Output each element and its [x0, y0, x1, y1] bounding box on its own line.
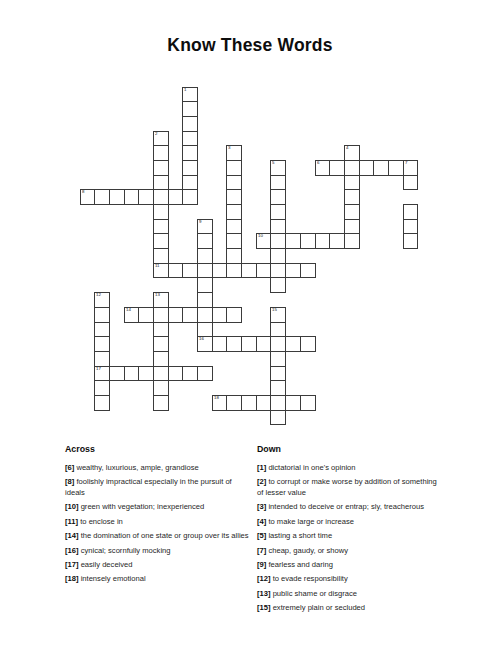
empty-cell — [315, 351, 330, 366]
grid-cell-r20c1[interactable] — [94, 380, 110, 396]
grid-cell-r5c17[interactable] — [329, 160, 345, 176]
empty-cell — [359, 102, 374, 117]
grid-cell-r17c9[interactable] — [212, 336, 228, 352]
empty-cell — [242, 146, 257, 161]
empty-cell — [374, 307, 389, 322]
empty-cell — [388, 116, 403, 131]
grid-cell-r19c4[interactable] — [138, 366, 154, 382]
grid-cell-r21c15[interactable] — [300, 395, 316, 411]
empty-cell — [330, 219, 345, 234]
empty-cell — [374, 322, 389, 337]
empty-cell — [153, 87, 168, 102]
grid-cell-r12c7[interactable] — [182, 263, 198, 279]
empty-cell — [403, 131, 418, 146]
grid-cell-r14c8[interactable] — [197, 292, 213, 308]
grid-cell-r18c13[interactable] — [270, 351, 286, 367]
empty-cell — [359, 219, 374, 234]
grid-cell-r17c10[interactable] — [226, 336, 242, 352]
empty-cell — [344, 102, 359, 117]
grid-cell-r8c18[interactable] — [344, 204, 360, 220]
grid-cell-r17c14[interactable] — [285, 336, 301, 352]
empty-cell — [95, 249, 110, 264]
grid-cell-r19c3[interactable] — [124, 366, 140, 382]
empty-cell — [359, 381, 374, 396]
clue-number-7: 7 — [405, 161, 407, 165]
clue-number-label: [12] — [257, 574, 271, 583]
grid-cell-r17c5[interactable] — [153, 336, 169, 352]
empty-cell — [212, 87, 227, 102]
empty-cell — [300, 307, 315, 322]
grid-cell-r9c13[interactable] — [270, 219, 286, 235]
empty-cell — [183, 293, 198, 308]
empty-cell — [330, 366, 345, 381]
empty-cell — [242, 322, 257, 337]
empty-cell — [139, 131, 154, 146]
empty-cell — [315, 87, 330, 102]
empty-cell — [80, 102, 95, 117]
grid-cell-r5c21[interactable] — [388, 160, 404, 176]
grid-cell-r2c7[interactable] — [182, 116, 198, 132]
empty-cell — [124, 131, 139, 146]
grid-cell-r17c13[interactable] — [270, 336, 286, 352]
empty-cell — [256, 249, 271, 264]
empty-cell — [388, 322, 403, 337]
empty-cell — [330, 322, 345, 337]
empty-cell — [168, 410, 183, 425]
empty-cell — [344, 307, 359, 322]
grid-cell-r4c7[interactable] — [182, 145, 198, 161]
grid-cell-r19c2[interactable] — [109, 366, 125, 382]
empty-cell — [300, 190, 315, 205]
grid-cell-r21c12[interactable] — [256, 395, 272, 411]
empty-cell — [286, 293, 301, 308]
empty-cell — [359, 87, 374, 102]
empty-cell — [359, 366, 374, 381]
grid-cell-r7c7[interactable] — [182, 189, 198, 205]
grid-cell-r15c3[interactable]: 14 — [124, 307, 140, 323]
across-clue-14: [14] the domination of one state or grou… — [65, 531, 252, 541]
grid-cell-r12c13[interactable] — [270, 263, 286, 279]
grid-cell-r16c1[interactable] — [94, 322, 110, 338]
grid-cell-r19c1[interactable]: 17 — [94, 366, 110, 382]
grid-cell-r5c22[interactable]: 7 — [403, 160, 419, 176]
clue-number-label: [4] — [257, 517, 266, 526]
empty-cell — [168, 381, 183, 396]
grid-cell-r12c6[interactable] — [168, 263, 184, 279]
empty-cell — [403, 366, 418, 381]
grid-cell-r5c5[interactable] — [153, 160, 169, 176]
grid-cell-r6c22[interactable] — [403, 175, 419, 191]
down-clue-9: [9] fearless and daring — [257, 560, 444, 570]
grid-cell-r19c6[interactable] — [168, 366, 184, 382]
empty-cell — [256, 293, 271, 308]
empty-cell — [168, 87, 183, 102]
grid-cell-r10c18[interactable] — [344, 233, 360, 249]
grid-cell-r6c13[interactable] — [270, 175, 286, 191]
grid-cell-r14c1[interactable]: 12 — [94, 292, 110, 308]
empty-cell — [95, 410, 110, 425]
empty-cell — [242, 160, 257, 175]
empty-cell — [403, 381, 418, 396]
empty-cell — [242, 102, 257, 117]
grid-cell-r11c8[interactable] — [197, 248, 213, 264]
empty-cell — [198, 102, 213, 117]
grid-cell-r19c8[interactable] — [197, 366, 213, 382]
grid-cell-r5c10[interactable] — [226, 160, 242, 176]
empty-cell — [227, 87, 242, 102]
clue-number-13: 13 — [155, 293, 160, 297]
empty-cell — [344, 87, 359, 102]
empty-cell — [95, 116, 110, 131]
grid-cell-r7c5[interactable] — [153, 189, 169, 205]
empty-cell — [374, 410, 389, 425]
grid-cell-r9c10[interactable] — [226, 219, 242, 235]
grid-cell-r10c13[interactable] — [270, 233, 286, 249]
empty-cell — [256, 102, 271, 117]
empty-cell — [403, 322, 418, 337]
grid-cell-r21c5[interactable] — [153, 395, 169, 411]
clue-number-label: [13] — [257, 589, 271, 598]
empty-cell — [315, 249, 330, 264]
empty-cell — [271, 131, 286, 146]
clue-number-18: 18 — [214, 396, 219, 400]
grid-cell-r7c2[interactable] — [109, 189, 125, 205]
grid-cell-r9c8[interactable]: 9 — [197, 219, 213, 235]
empty-cell — [139, 263, 154, 278]
grid-cell-r6c5[interactable] — [153, 175, 169, 191]
grid-cell-r19c13[interactable] — [270, 366, 286, 382]
grid-cell-r15c4[interactable] — [138, 307, 154, 323]
empty-cell — [227, 102, 242, 117]
empty-cell — [403, 87, 418, 102]
empty-cell — [330, 102, 345, 117]
clue-number-10: 10 — [258, 234, 263, 238]
clue-number-11: 11 — [155, 264, 160, 268]
empty-cell — [212, 131, 227, 146]
empty-cell — [271, 293, 286, 308]
grid-cell-r12c8[interactable] — [197, 263, 213, 279]
empty-cell — [344, 395, 359, 410]
grid-cell-r17c11[interactable] — [241, 336, 257, 352]
empty-cell — [168, 351, 183, 366]
grid-cell-r15c13[interactable]: 15 — [270, 307, 286, 323]
down-clue-2: [2] to corrupt or make worse by addition… — [257, 477, 444, 497]
empty-cell — [227, 116, 242, 131]
empty-cell — [315, 175, 330, 190]
empty-cell — [403, 102, 418, 117]
empty-cell — [300, 219, 315, 234]
grid-cell-r19c7[interactable] — [182, 366, 198, 382]
empty-cell — [95, 160, 110, 175]
empty-cell — [124, 293, 139, 308]
empty-cell — [109, 351, 124, 366]
clue-number-label: [1] — [257, 463, 266, 472]
grid-cell-r12c15[interactable] — [300, 263, 316, 279]
empty-cell — [168, 249, 183, 264]
empty-cell — [330, 381, 345, 396]
empty-cell — [80, 410, 95, 425]
empty-cell — [256, 146, 271, 161]
grid-cell-r10c10[interactable] — [226, 233, 242, 249]
grid-cell-r11c13[interactable] — [270, 248, 286, 264]
grid-cell-r20c13[interactable] — [270, 380, 286, 396]
empty-cell — [242, 131, 257, 146]
grid-cell-r10c15[interactable] — [300, 233, 316, 249]
grid-cell-r7c4[interactable] — [138, 189, 154, 205]
empty-cell — [286, 381, 301, 396]
empty-cell — [300, 175, 315, 190]
empty-cell — [315, 307, 330, 322]
empty-cell — [124, 381, 139, 396]
grid-cell-r12c5[interactable]: 11 — [153, 263, 169, 279]
grid-cell-r10c14[interactable] — [285, 233, 301, 249]
empty-cell — [183, 351, 198, 366]
grid-cell-r7c0[interactable]: 8 — [80, 189, 96, 205]
empty-cell — [139, 395, 154, 410]
empty-cell — [374, 293, 389, 308]
grid-cell-r13c13[interactable] — [270, 277, 286, 293]
grid-cell-r7c6[interactable] — [168, 189, 184, 205]
empty-cell — [344, 116, 359, 131]
clue-number-label: [9] — [257, 560, 266, 569]
grid-cell-r8c10[interactable] — [226, 204, 242, 220]
grid-cell-r18c1[interactable] — [94, 351, 110, 367]
grid-cell-r12c9[interactable] — [212, 263, 228, 279]
grid-cell-r6c10[interactable] — [226, 175, 242, 191]
empty-cell — [80, 366, 95, 381]
empty-cell — [153, 116, 168, 131]
empty-cell — [330, 87, 345, 102]
grid-cell-r6c18[interactable] — [344, 175, 360, 191]
empty-cell — [80, 175, 95, 190]
empty-cell — [80, 160, 95, 175]
grid-cell-r22c13[interactable] — [270, 410, 286, 426]
empty-cell — [359, 322, 374, 337]
empty-cell — [344, 410, 359, 425]
grid-cell-r4c10[interactable]: 3 — [226, 145, 242, 161]
grid-cell-r5c20[interactable] — [373, 160, 389, 176]
empty-cell — [256, 381, 271, 396]
grid-cell-r7c18[interactable] — [344, 189, 360, 205]
clue-number-5: 5 — [272, 161, 274, 165]
empty-cell — [286, 175, 301, 190]
empty-cell — [403, 307, 418, 322]
empty-cell — [168, 234, 183, 249]
grid-cell-r4c5[interactable] — [153, 145, 169, 161]
grid-cell-r21c14[interactable] — [285, 395, 301, 411]
empty-cell — [80, 293, 95, 308]
grid-cell-r4c18[interactable]: 4 — [344, 145, 360, 161]
grid-cell-r15c7[interactable] — [182, 307, 198, 323]
grid-cell-r21c13[interactable] — [270, 395, 286, 411]
grid-cell-r15c5[interactable] — [153, 307, 169, 323]
grid-cell-r9c22[interactable] — [403, 219, 419, 235]
empty-cell — [95, 146, 110, 161]
grid-cell-r12c11[interactable] — [241, 263, 257, 279]
empty-cell — [374, 87, 389, 102]
grid-cell-r8c13[interactable] — [270, 204, 286, 220]
down-clue-13: [13] public shame or disgrace — [257, 589, 444, 599]
empty-cell — [183, 410, 198, 425]
grid-cell-r5c19[interactable] — [359, 160, 375, 176]
empty-cell — [344, 322, 359, 337]
grid-cell-r16c8[interactable] — [197, 322, 213, 338]
grid-cell-r15c8[interactable] — [197, 307, 213, 323]
empty-cell — [286, 249, 301, 264]
empty-cell — [80, 234, 95, 249]
empty-cell — [198, 351, 213, 366]
empty-cell — [139, 337, 154, 352]
empty-cell — [227, 293, 242, 308]
empty-cell — [109, 146, 124, 161]
empty-cell — [403, 263, 418, 278]
empty-cell — [403, 249, 418, 264]
empty-cell — [212, 175, 227, 190]
grid-cell-r13c8[interactable] — [197, 277, 213, 293]
empty-cell — [168, 116, 183, 131]
grid-cell-r8c22[interactable] — [403, 204, 419, 220]
grid-cell-r21c9[interactable]: 18 — [212, 395, 228, 411]
grid-cell-r1c7[interactable] — [182, 101, 198, 117]
empty-cell — [139, 322, 154, 337]
grid-cell-r15c6[interactable] — [168, 307, 184, 323]
grid-cell-r10c22[interactable] — [403, 233, 419, 249]
grid-cell-r0c7[interactable]: 1 — [182, 87, 198, 103]
grid-cell-r15c9[interactable] — [212, 307, 228, 323]
grid-cell-r5c13[interactable]: 5 — [270, 160, 286, 176]
empty-cell — [124, 249, 139, 264]
grid-cell-r7c10[interactable] — [226, 189, 242, 205]
empty-cell — [168, 322, 183, 337]
empty-cell — [271, 116, 286, 131]
across-clue-11: [11] to enclose in — [65, 517, 252, 527]
empty-cell — [271, 87, 286, 102]
empty-cell — [168, 160, 183, 175]
empty-cell — [124, 219, 139, 234]
grid-cell-r15c1[interactable] — [94, 307, 110, 323]
empty-cell — [227, 366, 242, 381]
empty-cell — [388, 219, 403, 234]
empty-cell — [80, 322, 95, 337]
empty-cell — [374, 190, 389, 205]
grid-cell-r14c5[interactable]: 13 — [153, 292, 169, 308]
grid-cell-r7c1[interactable] — [94, 189, 110, 205]
grid-cell-r11c5[interactable] — [153, 248, 169, 264]
empty-cell — [212, 234, 227, 249]
grid-cell-r12c12[interactable] — [256, 263, 272, 279]
grid-cell-r6c7[interactable] — [182, 175, 198, 191]
grid-cell-r17c12[interactable] — [256, 336, 272, 352]
clue-number-3: 3 — [228, 146, 230, 150]
grid-cell-r19c5[interactable] — [153, 366, 169, 382]
grid-cell-r5c16[interactable]: 6 — [315, 160, 331, 176]
grid-cell-r15c10[interactable] — [226, 307, 242, 323]
empty-cell — [212, 293, 227, 308]
grid-cell-r9c18[interactable] — [344, 219, 360, 235]
grid-cell-r7c13[interactable] — [270, 189, 286, 205]
empty-cell — [359, 116, 374, 131]
grid-cell-r10c16[interactable] — [315, 233, 331, 249]
grid-cell-r20c5[interactable] — [153, 380, 169, 396]
clue-number-label: [15] — [257, 603, 271, 612]
empty-cell — [183, 278, 198, 293]
grid-cell-r21c1[interactable] — [94, 395, 110, 411]
empty-cell — [153, 410, 168, 425]
empty-cell — [95, 234, 110, 249]
clue-number-label: [2] — [257, 477, 266, 486]
grid-cell-r17c15[interactable] — [300, 336, 316, 352]
empty-cell — [242, 351, 257, 366]
grid-cell-r5c7[interactable] — [182, 160, 198, 176]
empty-cell — [80, 337, 95, 352]
grid-cell-r10c12[interactable]: 10 — [256, 233, 272, 249]
empty-cell — [344, 351, 359, 366]
empty-cell — [300, 160, 315, 175]
grid-cell-r21c11[interactable] — [241, 395, 257, 411]
empty-cell — [212, 205, 227, 220]
empty-cell — [183, 234, 198, 249]
empty-cell — [168, 131, 183, 146]
empty-cell — [359, 190, 374, 205]
grid-cell-r10c17[interactable] — [329, 233, 345, 249]
grid-cell-r3c7[interactable] — [182, 131, 198, 147]
clue-number-label: [17] — [65, 560, 79, 569]
clue-number-17: 17 — [96, 367, 101, 371]
empty-cell — [124, 395, 139, 410]
empty-cell — [183, 249, 198, 264]
empty-cell — [388, 190, 403, 205]
grid-cell-r16c5[interactable] — [153, 322, 169, 338]
grid-cell-r3c5[interactable]: 2 — [153, 131, 169, 147]
empty-cell — [300, 131, 315, 146]
grid-cell-r11c10[interactable] — [226, 248, 242, 264]
empty-cell — [388, 263, 403, 278]
grid-cell-r12c14[interactable] — [285, 263, 301, 279]
grid-cell-r10c5[interactable] — [153, 233, 169, 249]
grid-cell-r16c13[interactable] — [270, 322, 286, 338]
empty-cell — [80, 263, 95, 278]
grid-cell-r18c5[interactable] — [153, 351, 169, 367]
empty-cell — [300, 278, 315, 293]
empty-cell — [242, 278, 257, 293]
grid-cell-r5c18[interactable] — [344, 160, 360, 176]
grid-cell-r10c8[interactable] — [197, 233, 213, 249]
clue-number-16: 16 — [199, 337, 204, 341]
grid-cell-r17c8[interactable]: 16 — [197, 336, 213, 352]
grid-cell-r21c10[interactable] — [226, 395, 242, 411]
empty-cell — [198, 146, 213, 161]
grid-cell-r7c3[interactable] — [124, 189, 140, 205]
empty-cell — [330, 293, 345, 308]
empty-cell — [330, 410, 345, 425]
grid-cell-r12c10[interactable] — [226, 263, 242, 279]
empty-cell — [286, 116, 301, 131]
empty-cell — [374, 175, 389, 190]
empty-cell — [300, 322, 315, 337]
empty-cell — [388, 175, 403, 190]
empty-cell — [198, 410, 213, 425]
grid-cell-r9c5[interactable] — [153, 219, 169, 235]
grid-cell-r17c1[interactable] — [94, 336, 110, 352]
grid-cell-r8c5[interactable] — [153, 204, 169, 220]
empty-cell — [286, 219, 301, 234]
empty-cell — [359, 337, 374, 352]
empty-cell — [374, 205, 389, 220]
empty-cell — [403, 146, 418, 161]
empty-cell — [198, 131, 213, 146]
empty-cell — [374, 116, 389, 131]
across-clues-section: Across [6] wealthy, luxurious, ample, gr… — [65, 444, 252, 589]
